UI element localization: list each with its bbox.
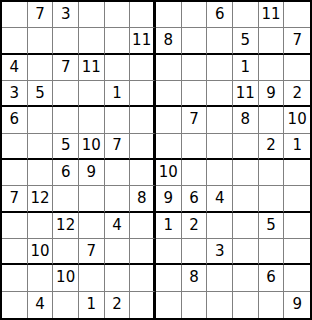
cell-r11c6[interactable] [130, 265, 156, 291]
cell-r8c8: 6 [182, 186, 208, 212]
cell-r6c6[interactable] [130, 134, 156, 160]
cell-r8c11[interactable] [259, 186, 285, 212]
cell-r9c11: 5 [259, 213, 285, 239]
cell-r3c3: 7 [53, 55, 79, 81]
cell-r3c4: 11 [79, 55, 105, 81]
cell-r6c11: 2 [259, 134, 285, 160]
cell-r2c10: 5 [233, 28, 259, 54]
cell-r2c5[interactable] [105, 28, 131, 54]
cell-r3c1: 4 [2, 55, 28, 81]
cell-r7c4: 9 [79, 160, 105, 186]
cell-r7c2[interactable] [28, 160, 54, 186]
cell-r2c8[interactable] [182, 28, 208, 54]
cell-r2c3[interactable] [53, 28, 79, 54]
cell-r7c11[interactable] [259, 160, 285, 186]
cell-r6c7[interactable] [156, 134, 182, 160]
cell-r12c2: 4 [28, 292, 54, 318]
cell-r7c12[interactable] [284, 160, 310, 186]
cell-r9c8: 2 [182, 213, 208, 239]
cell-r11c5[interactable] [105, 265, 131, 291]
cell-r1c4[interactable] [79, 2, 105, 28]
cell-r11c7[interactable] [156, 265, 182, 291]
cell-r10c3[interactable] [53, 239, 79, 265]
cell-r1c10[interactable] [233, 2, 259, 28]
cell-r5c10: 8 [233, 107, 259, 133]
cell-r3c9[interactable] [207, 55, 233, 81]
cell-r9c2[interactable] [28, 213, 54, 239]
cell-r10c6[interactable] [130, 239, 156, 265]
cell-r10c5[interactable] [105, 239, 131, 265]
cell-r4c8[interactable] [182, 81, 208, 107]
cell-r1c11: 11 [259, 2, 285, 28]
cell-r12c3[interactable] [53, 292, 79, 318]
cell-r10c8[interactable] [182, 239, 208, 265]
sudoku-board: 7361111857471113511192678105107216910712… [0, 0, 312, 320]
cell-r7c8[interactable] [182, 160, 208, 186]
cell-r11c9[interactable] [207, 265, 233, 291]
cell-r10c7[interactable] [156, 239, 182, 265]
cell-r11c4[interactable] [79, 265, 105, 291]
cell-r7c5[interactable] [105, 160, 131, 186]
cell-r5c9[interactable] [207, 107, 233, 133]
cell-r1c12[interactable] [284, 2, 310, 28]
cell-r7c6[interactable] [130, 160, 156, 186]
cell-r1c3: 3 [53, 2, 79, 28]
cell-r6c9[interactable] [207, 134, 233, 160]
cell-r9c9[interactable] [207, 213, 233, 239]
cell-r8c12[interactable] [284, 186, 310, 212]
cell-r3c2[interactable] [28, 55, 54, 81]
cell-r3c11[interactable] [259, 55, 285, 81]
cell-r12c10[interactable] [233, 292, 259, 318]
cell-r12c7[interactable] [156, 292, 182, 318]
cell-r9c1[interactable] [2, 213, 28, 239]
cell-r4c10: 11 [233, 81, 259, 107]
cell-r2c9[interactable] [207, 28, 233, 54]
cell-r9c6[interactable] [130, 213, 156, 239]
cell-r6c1[interactable] [2, 134, 28, 160]
cell-r5c8: 7 [182, 107, 208, 133]
cell-r9c3: 12 [53, 213, 79, 239]
cell-r12c9[interactable] [207, 292, 233, 318]
cell-r12c12: 9 [284, 292, 310, 318]
cell-r4c7[interactable] [156, 81, 182, 107]
cell-r5c12: 10 [284, 107, 310, 133]
cell-r2c6: 11 [130, 28, 156, 54]
cell-r6c8[interactable] [182, 134, 208, 160]
cell-r1c1[interactable] [2, 2, 28, 28]
cell-r11c2[interactable] [28, 265, 54, 291]
cell-r9c10[interactable] [233, 213, 259, 239]
cell-r5c3[interactable] [53, 107, 79, 133]
cell-r9c12[interactable] [284, 213, 310, 239]
cell-r5c6[interactable] [130, 107, 156, 133]
cell-r12c11[interactable] [259, 292, 285, 318]
cell-r1c5[interactable] [105, 2, 131, 28]
cell-r7c3: 6 [53, 160, 79, 186]
cell-r4c9[interactable] [207, 81, 233, 107]
cell-r12c5: 2 [105, 292, 131, 318]
cell-r5c5[interactable] [105, 107, 131, 133]
cell-r11c11: 6 [259, 265, 285, 291]
cell-r10c4: 7 [79, 239, 105, 265]
cell-r11c10[interactable] [233, 265, 259, 291]
cell-r11c1[interactable] [2, 265, 28, 291]
cell-r12c4: 1 [79, 292, 105, 318]
cell-r3c6[interactable] [130, 55, 156, 81]
cell-r4c6[interactable] [130, 81, 156, 107]
cell-r1c2: 7 [28, 2, 54, 28]
cell-r6c3: 5 [53, 134, 79, 160]
cell-r1c7[interactable] [156, 2, 182, 28]
cell-r3c10: 1 [233, 55, 259, 81]
cell-r3c8[interactable] [182, 55, 208, 81]
cell-r10c2: 10 [28, 239, 54, 265]
cell-r5c11[interactable] [259, 107, 285, 133]
cell-r9c7: 1 [156, 213, 182, 239]
cell-r11c12[interactable] [284, 265, 310, 291]
cell-r2c12: 7 [284, 28, 310, 54]
cell-r8c3[interactable] [53, 186, 79, 212]
cell-r7c7: 10 [156, 160, 182, 186]
cell-r8c1: 7 [2, 186, 28, 212]
cell-r5c1: 6 [2, 107, 28, 133]
cell-r1c8[interactable] [182, 2, 208, 28]
cell-r4c11: 9 [259, 81, 285, 107]
cell-r2c4[interactable] [79, 28, 105, 54]
cell-r2c7: 8 [156, 28, 182, 54]
cell-r10c11[interactable] [259, 239, 285, 265]
cell-r8c2: 12 [28, 186, 54, 212]
cell-r6c2[interactable] [28, 134, 54, 160]
cell-r5c2[interactable] [28, 107, 54, 133]
cell-r12c6[interactable] [130, 292, 156, 318]
cell-r3c12[interactable] [284, 55, 310, 81]
cell-r4c2: 5 [28, 81, 54, 107]
cell-r5c7[interactable] [156, 107, 182, 133]
cell-r8c4[interactable] [79, 186, 105, 212]
cell-r8c7: 9 [156, 186, 182, 212]
cell-r7c9[interactable] [207, 160, 233, 186]
cell-r10c1[interactable] [2, 239, 28, 265]
cell-r6c12: 1 [284, 134, 310, 160]
cell-r4c12: 2 [284, 81, 310, 107]
cell-r12c8[interactable] [182, 292, 208, 318]
cell-r2c2[interactable] [28, 28, 54, 54]
cell-r10c10[interactable] [233, 239, 259, 265]
cell-r5c4[interactable] [79, 107, 105, 133]
cell-r4c3[interactable] [53, 81, 79, 107]
cell-r4c1: 3 [2, 81, 28, 107]
cell-r11c3: 10 [53, 265, 79, 291]
cell-r6c10[interactable] [233, 134, 259, 160]
cell-r9c4[interactable] [79, 213, 105, 239]
cell-r11c8: 8 [182, 265, 208, 291]
cell-r7c10[interactable] [233, 160, 259, 186]
cell-r3c5[interactable] [105, 55, 131, 81]
cell-r2c11[interactable] [259, 28, 285, 54]
cell-r2c1[interactable] [2, 28, 28, 54]
cell-r8c6: 8 [130, 186, 156, 212]
cell-r4c4[interactable] [79, 81, 105, 107]
cell-r1c6[interactable] [130, 2, 156, 28]
cell-r6c4: 10 [79, 134, 105, 160]
cell-r12c1[interactable] [2, 292, 28, 318]
cell-r7c1[interactable] [2, 160, 28, 186]
cell-r10c9: 3 [207, 239, 233, 265]
cell-r9c5: 4 [105, 213, 131, 239]
cell-r8c9: 4 [207, 186, 233, 212]
cell-r6c5: 7 [105, 134, 131, 160]
cell-r1c9: 6 [207, 2, 233, 28]
cell-r10c12[interactable] [284, 239, 310, 265]
cell-r8c10[interactable] [233, 186, 259, 212]
cell-r4c5: 1 [105, 81, 131, 107]
cell-r8c5[interactable] [105, 186, 131, 212]
cell-r3c7[interactable] [156, 55, 182, 81]
